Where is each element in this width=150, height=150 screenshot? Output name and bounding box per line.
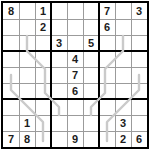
cell-r2c3[interactable]: 2 xyxy=(35,19,51,35)
given-digit: 7 xyxy=(8,131,14,147)
cell-r4c2[interactable] xyxy=(19,51,35,67)
cell-r6c6[interactable] xyxy=(83,83,99,99)
cell-r3c7[interactable] xyxy=(99,35,115,51)
given-digit: 2 xyxy=(40,19,46,35)
given-digit: 6 xyxy=(104,19,110,35)
cell-r7c6[interactable] xyxy=(83,99,99,115)
cell-r2c5[interactable] xyxy=(67,19,83,35)
cell-r9c9[interactable]: 6 xyxy=(131,131,147,147)
cell-r5c3[interactable] xyxy=(35,67,51,83)
cell-r7c1[interactable] xyxy=(3,99,19,115)
cell-r3c3[interactable] xyxy=(35,35,51,51)
cell-r8c6[interactable] xyxy=(83,115,99,131)
cell-r1c8[interactable] xyxy=(115,3,131,19)
cell-r3c6[interactable]: 5 xyxy=(83,35,99,51)
sudoku-puzzle: 817326354761378926 xyxy=(0,0,150,150)
given-digit: 3 xyxy=(136,3,142,19)
cell-r4c5[interactable]: 4 xyxy=(67,51,83,67)
cell-r1c5[interactable] xyxy=(67,3,83,19)
cell-r6c1[interactable] xyxy=(3,83,19,99)
cell-r1c4[interactable] xyxy=(51,3,67,19)
sudoku-board: 817326354761378926 xyxy=(3,3,147,147)
cell-r4c8[interactable] xyxy=(115,51,131,67)
cell-r8c4[interactable] xyxy=(51,115,67,131)
cell-r4c1[interactable] xyxy=(3,51,19,67)
given-digit: 3 xyxy=(56,35,62,51)
cell-r1c1[interactable]: 8 xyxy=(3,3,19,19)
given-digit: 7 xyxy=(104,3,110,19)
given-digit: 7 xyxy=(72,67,78,83)
cell-r8c2[interactable]: 1 xyxy=(19,115,35,131)
cell-r2c9[interactable] xyxy=(131,19,147,35)
cell-r6c2[interactable] xyxy=(19,83,35,99)
given-digit: 1 xyxy=(40,3,46,19)
given-digit: 8 xyxy=(8,3,14,19)
cell-r5c2[interactable] xyxy=(19,67,35,83)
cell-r2c2[interactable] xyxy=(19,19,35,35)
cell-r5c9[interactable] xyxy=(131,67,147,83)
given-digit: 8 xyxy=(24,131,30,147)
cell-r6c4[interactable] xyxy=(51,83,67,99)
cell-r7c5[interactable] xyxy=(67,99,83,115)
cell-r1c9[interactable]: 3 xyxy=(131,3,147,19)
cell-r3c2[interactable] xyxy=(19,35,35,51)
cell-r4c4[interactable] xyxy=(51,51,67,67)
given-digit: 6 xyxy=(72,83,78,99)
given-digit: 4 xyxy=(72,51,78,67)
cell-r6c9[interactable] xyxy=(131,83,147,99)
cell-r7c7[interactable] xyxy=(99,99,115,115)
cell-r5c7[interactable] xyxy=(99,67,115,83)
cell-r9c7[interactable] xyxy=(99,131,115,147)
cell-r9c8[interactable]: 2 xyxy=(115,131,131,147)
cell-r3c9[interactable] xyxy=(131,35,147,51)
cell-r8c3[interactable] xyxy=(35,115,51,131)
cell-r2c7[interactable]: 6 xyxy=(99,19,115,35)
cell-r4c3[interactable] xyxy=(35,51,51,67)
cell-r3c8[interactable] xyxy=(115,35,131,51)
cell-r2c8[interactable] xyxy=(115,19,131,35)
cell-r3c5[interactable] xyxy=(67,35,83,51)
given-digit: 3 xyxy=(120,115,126,131)
cell-r5c6[interactable] xyxy=(83,67,99,83)
cell-r5c5[interactable]: 7 xyxy=(67,67,83,83)
cell-r5c4[interactable] xyxy=(51,67,67,83)
given-digit: 9 xyxy=(72,131,78,147)
cell-r9c5[interactable]: 9 xyxy=(67,131,83,147)
cell-r1c2[interactable] xyxy=(19,3,35,19)
cell-r6c3[interactable] xyxy=(35,83,51,99)
cell-r7c2[interactable] xyxy=(19,99,35,115)
cell-r9c3[interactable] xyxy=(35,131,51,147)
cell-r1c6[interactable] xyxy=(83,3,99,19)
cell-r3c1[interactable] xyxy=(3,35,19,51)
cell-r6c8[interactable] xyxy=(115,83,131,99)
cell-r7c8[interactable] xyxy=(115,99,131,115)
cell-r5c8[interactable] xyxy=(115,67,131,83)
cell-r9c2[interactable]: 8 xyxy=(19,131,35,147)
cell-r8c9[interactable] xyxy=(131,115,147,131)
cell-r2c4[interactable] xyxy=(51,19,67,35)
cell-r5c1[interactable] xyxy=(3,67,19,83)
cell-r9c6[interactable] xyxy=(83,131,99,147)
cell-r9c1[interactable]: 7 xyxy=(3,131,19,147)
given-digit: 2 xyxy=(120,131,126,147)
cell-r3c4[interactable]: 3 xyxy=(51,35,67,51)
cell-r4c9[interactable] xyxy=(131,51,147,67)
cell-r2c1[interactable] xyxy=(3,19,19,35)
cell-r8c5[interactable] xyxy=(67,115,83,131)
cell-r8c1[interactable] xyxy=(3,115,19,131)
cell-r6c7[interactable] xyxy=(99,83,115,99)
cell-r2c6[interactable] xyxy=(83,19,99,35)
cell-r7c4[interactable] xyxy=(51,99,67,115)
cell-r6c5[interactable]: 6 xyxy=(67,83,83,99)
cell-r4c6[interactable] xyxy=(83,51,99,67)
cell-r1c3[interactable]: 1 xyxy=(35,3,51,19)
cell-r7c9[interactable] xyxy=(131,99,147,115)
cell-r9c4[interactable] xyxy=(51,131,67,147)
given-digit: 1 xyxy=(24,115,30,131)
given-digit: 6 xyxy=(136,131,142,147)
cell-r8c8[interactable]: 3 xyxy=(115,115,131,131)
cell-r7c3[interactable] xyxy=(35,99,51,115)
cell-r1c7[interactable]: 7 xyxy=(99,3,115,19)
given-digit: 5 xyxy=(88,35,94,51)
cell-r8c7[interactable] xyxy=(99,115,115,131)
cell-r4c7[interactable] xyxy=(99,51,115,67)
